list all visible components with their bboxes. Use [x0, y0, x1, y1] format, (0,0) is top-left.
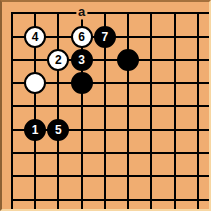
intersection	[47, 188, 70, 209]
intersection	[2, 188, 23, 209]
board-grid: a4672315	[2, 2, 209, 209]
grid-line-vertical	[197, 72, 199, 95]
intersection	[163, 48, 186, 71]
grid-line-vertical	[197, 118, 199, 141]
intersection	[93, 141, 116, 164]
grid-line-vertical	[11, 12, 13, 25]
grid-line-vertical	[150, 118, 152, 141]
intersection	[2, 95, 23, 118]
grid-line-vertical	[174, 188, 176, 209]
grid-line-vertical	[57, 188, 59, 209]
grid-line-vertical	[104, 12, 106, 25]
intersection	[186, 118, 209, 141]
intersection	[163, 188, 186, 209]
grid-line-vertical	[174, 141, 176, 164]
move-number: 4	[32, 30, 39, 44]
move-number: 6	[78, 30, 85, 44]
grid-line-vertical	[34, 12, 36, 25]
grid-line-horizontal	[12, 129, 24, 131]
intersection	[2, 2, 23, 25]
intersection	[163, 165, 186, 188]
intersection	[47, 72, 70, 95]
intersection	[140, 25, 163, 48]
white-stone: 2	[47, 49, 69, 71]
intersection	[47, 2, 70, 25]
grid-line-horizontal	[12, 152, 24, 154]
intersection	[140, 48, 163, 71]
black-stone	[71, 72, 93, 94]
grid-line-vertical	[57, 141, 59, 164]
intersection	[117, 25, 140, 48]
move-number: 7	[102, 30, 109, 44]
intersection	[2, 165, 23, 188]
grid-line-vertical	[81, 165, 83, 188]
grid-line-vertical	[104, 48, 106, 71]
grid-line-vertical	[81, 141, 83, 164]
grid-line-vertical	[11, 141, 13, 164]
point-label-a: a	[76, 6, 87, 20]
white-stone: 4	[24, 26, 46, 48]
grid-line-horizontal	[12, 105, 24, 107]
grid-line-vertical	[127, 12, 129, 25]
grid-line-horizontal	[12, 59, 24, 61]
black-stone: 7	[94, 26, 116, 48]
intersection	[140, 165, 163, 188]
grid-line-vertical	[197, 141, 199, 164]
intersection	[93, 72, 116, 95]
grid-line-vertical	[34, 165, 36, 188]
intersection	[70, 141, 93, 164]
grid-line-vertical	[197, 48, 199, 71]
intersection	[2, 48, 23, 71]
intersection: 6	[70, 25, 93, 48]
intersection	[140, 141, 163, 164]
black-stone: 3	[71, 49, 93, 71]
intersection	[140, 95, 163, 118]
grid-line-horizontal	[12, 36, 24, 38]
grid-line-vertical	[11, 95, 13, 118]
intersection	[163, 72, 186, 95]
intersection	[140, 72, 163, 95]
grid-line-vertical	[150, 12, 152, 25]
grid-line-vertical	[57, 12, 59, 25]
grid-line-vertical	[57, 72, 59, 95]
grid-line-vertical	[127, 141, 129, 164]
intersection	[186, 188, 209, 209]
intersection: 4	[23, 25, 46, 48]
diagram-frame: a4672315	[0, 0, 211, 211]
grid-line-vertical	[11, 165, 13, 188]
grid-line-horizontal	[12, 175, 24, 177]
intersection	[70, 188, 93, 209]
intersection	[47, 95, 70, 118]
intersection	[70, 118, 93, 141]
grid-line-vertical	[127, 95, 129, 118]
intersection	[140, 118, 163, 141]
grid-line-vertical	[174, 165, 176, 188]
grid-line-vertical	[11, 48, 13, 71]
grid-line-vertical	[57, 165, 59, 188]
intersection	[23, 95, 46, 118]
white-stone: 6	[71, 26, 93, 48]
intersection	[23, 72, 46, 95]
grid-line-vertical	[150, 188, 152, 209]
intersection	[186, 72, 209, 95]
intersection	[23, 48, 46, 71]
intersection	[140, 188, 163, 209]
intersection	[93, 118, 116, 141]
grid-line-vertical	[197, 188, 199, 209]
grid-line-vertical	[150, 72, 152, 95]
intersection	[23, 141, 46, 164]
intersection	[117, 165, 140, 188]
grid-line-vertical	[104, 188, 106, 209]
intersection	[2, 118, 23, 141]
intersection: 3	[70, 48, 93, 71]
intersection	[47, 165, 70, 188]
intersection: 7	[93, 25, 116, 48]
grid-line-vertical	[174, 95, 176, 118]
intersection	[117, 48, 140, 71]
black-stone	[117, 49, 139, 71]
grid-line-vertical	[11, 72, 13, 95]
intersection	[47, 25, 70, 48]
move-number: 3	[78, 53, 85, 67]
intersection: 2	[47, 48, 70, 71]
grid-line-vertical	[11, 25, 13, 48]
intersection	[117, 72, 140, 95]
grid-line-vertical	[11, 188, 13, 209]
grid-line-vertical	[104, 141, 106, 164]
intersection	[163, 95, 186, 118]
intersection	[23, 2, 46, 25]
grid-line-vertical	[81, 188, 83, 209]
grid-line-vertical	[34, 48, 36, 71]
intersection	[70, 165, 93, 188]
grid-line-vertical	[150, 48, 152, 71]
grid-line-horizontal	[12, 12, 24, 14]
intersection	[163, 2, 186, 25]
grid-line-vertical	[81, 95, 83, 118]
grid-line-vertical	[197, 165, 199, 188]
intersection	[2, 25, 23, 48]
grid-line-vertical	[174, 118, 176, 141]
intersection: 1	[23, 118, 46, 141]
intersection	[117, 141, 140, 164]
intersection	[163, 141, 186, 164]
grid-line-vertical	[150, 165, 152, 188]
grid-line-vertical	[174, 72, 176, 95]
intersection: a	[70, 2, 93, 25]
grid-line-vertical	[127, 165, 129, 188]
intersection	[117, 2, 140, 25]
grid-line-vertical	[174, 25, 176, 48]
intersection	[23, 165, 46, 188]
black-stone: 1	[24, 119, 46, 141]
intersection	[186, 25, 209, 48]
intersection	[93, 188, 116, 209]
intersection	[117, 118, 140, 141]
grid-line-vertical	[104, 165, 106, 188]
grid-line-horizontal	[12, 199, 24, 201]
intersection	[93, 48, 116, 71]
grid-line-vertical	[197, 95, 199, 118]
grid-line-vertical	[197, 12, 199, 25]
grid-line-vertical	[34, 95, 36, 118]
intersection	[117, 188, 140, 209]
grid-line-vertical	[174, 12, 176, 25]
intersection	[186, 165, 209, 188]
grid-line-vertical	[57, 25, 59, 48]
intersection	[93, 95, 116, 118]
grid-line-vertical	[150, 141, 152, 164]
grid-line-vertical	[127, 188, 129, 209]
grid-line-vertical	[104, 72, 106, 95]
grid-line-vertical	[57, 95, 59, 118]
grid-line-vertical	[127, 72, 129, 95]
move-number: 1	[32, 123, 39, 137]
grid-line-vertical	[150, 25, 152, 48]
grid-line-vertical	[81, 118, 83, 141]
black-stone: 5	[47, 119, 69, 141]
intersection	[186, 48, 209, 71]
intersection	[140, 2, 163, 25]
grid-line-vertical	[11, 118, 13, 141]
grid-line-vertical	[104, 95, 106, 118]
intersection	[23, 188, 46, 209]
grid-line-vertical	[34, 188, 36, 209]
intersection	[93, 2, 116, 25]
grid-line-vertical	[174, 48, 176, 71]
intersection	[117, 95, 140, 118]
grid-line-vertical	[197, 25, 199, 48]
grid-line-vertical	[127, 25, 129, 48]
grid-line-vertical	[127, 118, 129, 141]
grid-line-vertical	[34, 141, 36, 164]
intersection: 5	[47, 118, 70, 141]
grid-line-vertical	[104, 118, 106, 141]
grid-line-vertical	[150, 95, 152, 118]
intersection	[70, 95, 93, 118]
intersection	[186, 95, 209, 118]
intersection	[2, 141, 23, 164]
intersection	[47, 141, 70, 164]
intersection	[186, 141, 209, 164]
intersection	[163, 118, 186, 141]
move-number: 2	[55, 53, 62, 67]
intersection	[2, 72, 23, 95]
intersection	[93, 165, 116, 188]
grid-line-horizontal	[12, 82, 24, 84]
intersection	[186, 2, 209, 25]
move-number: 5	[55, 123, 62, 137]
intersection	[163, 25, 186, 48]
go-board: a4672315	[2, 2, 209, 209]
intersection	[70, 72, 93, 95]
white-stone	[24, 72, 46, 94]
